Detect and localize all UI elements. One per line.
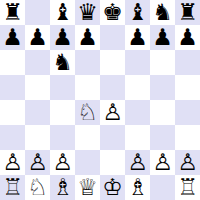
square-f2[interactable]: ♙	[125, 150, 150, 175]
piece-white-pawn[interactable]: ♙	[102, 100, 123, 125]
square-e1[interactable]: ♔	[100, 175, 125, 200]
piece-black-pawn[interactable]: ♟	[27, 25, 48, 50]
piece-white-rook[interactable]: ♖	[2, 175, 23, 200]
square-d4[interactable]: ♘	[75, 100, 100, 125]
square-g4[interactable]	[150, 100, 175, 125]
piece-white-bishop[interactable]: ♗	[127, 175, 148, 200]
square-d8[interactable]: ♛	[75, 0, 100, 25]
square-a1[interactable]: ♖	[0, 175, 25, 200]
square-h1[interactable]: ♖	[175, 175, 200, 200]
square-f7[interactable]: ♟	[125, 25, 150, 50]
square-h2[interactable]: ♙	[175, 150, 200, 175]
square-b7[interactable]: ♟	[25, 25, 50, 50]
piece-black-bishop[interactable]: ♝	[127, 0, 148, 25]
square-h6[interactable]	[175, 50, 200, 75]
square-f6[interactable]	[125, 50, 150, 75]
piece-black-knight[interactable]: ♞	[152, 0, 173, 25]
square-b3[interactable]	[25, 125, 50, 150]
piece-black-pawn[interactable]: ♟	[77, 25, 98, 50]
piece-black-pawn[interactable]: ♟	[152, 25, 173, 50]
square-f3[interactable]	[125, 125, 150, 150]
piece-black-king[interactable]: ♚	[102, 0, 123, 25]
square-e5[interactable]	[100, 75, 125, 100]
square-b8[interactable]	[25, 0, 50, 25]
square-c5[interactable]	[50, 75, 75, 100]
piece-white-knight[interactable]: ♘	[27, 175, 48, 200]
piece-black-pawn[interactable]: ♟	[177, 25, 198, 50]
square-d3[interactable]	[75, 125, 100, 150]
square-h4[interactable]	[175, 100, 200, 125]
square-h8[interactable]: ♜	[175, 0, 200, 25]
square-a6[interactable]	[0, 50, 25, 75]
square-c3[interactable]	[50, 125, 75, 150]
piece-black-bishop[interactable]: ♝	[52, 0, 73, 25]
piece-white-knight[interactable]: ♘	[77, 100, 98, 125]
square-a4[interactable]	[0, 100, 25, 125]
square-e6[interactable]	[100, 50, 125, 75]
square-e7[interactable]	[100, 25, 125, 50]
piece-white-rook[interactable]: ♖	[177, 175, 198, 200]
square-e4[interactable]: ♙	[100, 100, 125, 125]
square-c7[interactable]: ♟	[50, 25, 75, 50]
piece-white-pawn[interactable]: ♙	[27, 150, 48, 175]
square-c6[interactable]: ♞	[50, 50, 75, 75]
square-d5[interactable]	[75, 75, 100, 100]
piece-black-pawn[interactable]: ♟	[52, 25, 73, 50]
square-b4[interactable]	[25, 100, 50, 125]
square-g2[interactable]: ♙	[150, 150, 175, 175]
piece-white-pawn[interactable]: ♙	[52, 150, 73, 175]
piece-black-knight[interactable]: ♞	[52, 50, 73, 75]
square-f8[interactable]: ♝	[125, 0, 150, 25]
square-d7[interactable]: ♟	[75, 25, 100, 50]
piece-white-pawn[interactable]: ♙	[177, 150, 198, 175]
square-b1[interactable]: ♘	[25, 175, 50, 200]
square-d6[interactable]	[75, 50, 100, 75]
square-a5[interactable]	[0, 75, 25, 100]
piece-black-queen[interactable]: ♛	[77, 0, 98, 25]
piece-white-queen[interactable]: ♕	[77, 175, 98, 200]
square-b6[interactable]	[25, 50, 50, 75]
square-e8[interactable]: ♚	[100, 0, 125, 25]
piece-white-pawn[interactable]: ♙	[127, 150, 148, 175]
square-c4[interactable]	[50, 100, 75, 125]
square-c8[interactable]: ♝	[50, 0, 75, 25]
chess-board: ♜♝♛♚♝♞♜♟♟♟♟♟♟♟♞♘♙♙♙♙♙♙♙♖♘♗♕♔♗♖	[0, 0, 200, 200]
piece-white-pawn[interactable]: ♙	[2, 150, 23, 175]
square-d1[interactable]: ♕	[75, 175, 100, 200]
piece-black-pawn[interactable]: ♟	[2, 25, 23, 50]
square-g7[interactable]: ♟	[150, 25, 175, 50]
square-g6[interactable]	[150, 50, 175, 75]
piece-white-bishop[interactable]: ♗	[52, 175, 73, 200]
square-e3[interactable]	[100, 125, 125, 150]
piece-black-rook[interactable]: ♜	[2, 0, 23, 25]
square-f5[interactable]	[125, 75, 150, 100]
square-h5[interactable]	[175, 75, 200, 100]
square-h3[interactable]	[175, 125, 200, 150]
square-a8[interactable]: ♜	[0, 0, 25, 25]
square-h7[interactable]: ♟	[175, 25, 200, 50]
square-a3[interactable]	[0, 125, 25, 150]
piece-white-king[interactable]: ♔	[102, 175, 123, 200]
square-b2[interactable]: ♙	[25, 150, 50, 175]
square-g3[interactable]	[150, 125, 175, 150]
square-g8[interactable]: ♞	[150, 0, 175, 25]
square-a7[interactable]: ♟	[0, 25, 25, 50]
square-e2[interactable]	[100, 150, 125, 175]
square-b5[interactable]	[25, 75, 50, 100]
piece-black-pawn[interactable]: ♟	[127, 25, 148, 50]
square-c1[interactable]: ♗	[50, 175, 75, 200]
square-g1[interactable]	[150, 175, 175, 200]
square-d2[interactable]	[75, 150, 100, 175]
square-c2[interactable]: ♙	[50, 150, 75, 175]
square-a2[interactable]: ♙	[0, 150, 25, 175]
square-g5[interactable]	[150, 75, 175, 100]
square-f1[interactable]: ♗	[125, 175, 150, 200]
piece-white-pawn[interactable]: ♙	[152, 150, 173, 175]
square-f4[interactable]	[125, 100, 150, 125]
piece-black-rook[interactable]: ♜	[177, 0, 198, 25]
